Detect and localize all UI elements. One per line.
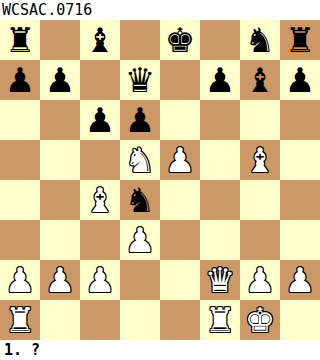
square-d3[interactable]: ♟ — [120, 220, 160, 260]
piece-black-pawn: ♟ — [5, 60, 35, 100]
square-a4[interactable] — [0, 180, 40, 220]
piece-black-knight: ♞ — [245, 20, 275, 60]
piece-black-pawn: ♟ — [45, 60, 75, 100]
square-h6[interactable] — [280, 100, 320, 140]
square-h5[interactable] — [280, 140, 320, 180]
piece-black-bishop: ♝ — [245, 60, 275, 100]
square-a8[interactable]: ♜ — [0, 20, 40, 60]
square-b3[interactable] — [40, 220, 80, 260]
square-g5[interactable]: ♝ — [240, 140, 280, 180]
piece-black-rook: ♜ — [5, 20, 35, 60]
square-c8[interactable]: ♝ — [80, 20, 120, 60]
puzzle-title: WCSAC.0716 — [0, 0, 320, 20]
square-d4[interactable]: ♞ — [120, 180, 160, 220]
square-a6[interactable] — [0, 100, 40, 140]
square-e1[interactable] — [160, 300, 200, 340]
square-d8[interactable] — [120, 20, 160, 60]
square-h2[interactable]: ♟ — [280, 260, 320, 300]
square-b6[interactable] — [40, 100, 80, 140]
square-h4[interactable] — [280, 180, 320, 220]
square-e2[interactable] — [160, 260, 200, 300]
square-f1[interactable]: ♜ — [200, 300, 240, 340]
square-h8[interactable]: ♜ — [280, 20, 320, 60]
piece-black-pawn: ♟ — [125, 100, 155, 140]
square-c3[interactable] — [80, 220, 120, 260]
square-f8[interactable] — [200, 20, 240, 60]
square-g8[interactable]: ♞ — [240, 20, 280, 60]
square-b1[interactable] — [40, 300, 80, 340]
square-d1[interactable] — [120, 300, 160, 340]
square-b2[interactable]: ♟ — [40, 260, 80, 300]
piece-white-pawn: ♟ — [85, 260, 115, 300]
piece-black-queen: ♛ — [125, 60, 155, 100]
square-a3[interactable] — [0, 220, 40, 260]
piece-white-pawn: ♟ — [45, 260, 75, 300]
piece-white-bishop: ♝ — [85, 180, 115, 220]
square-e5[interactable]: ♟ — [160, 140, 200, 180]
square-g1[interactable]: ♚ — [240, 300, 280, 340]
square-c1[interactable] — [80, 300, 120, 340]
square-e4[interactable] — [160, 180, 200, 220]
square-g2[interactable]: ♟ — [240, 260, 280, 300]
square-a5[interactable] — [0, 140, 40, 180]
piece-white-pawn: ♟ — [285, 260, 315, 300]
piece-white-pawn: ♟ — [125, 220, 155, 260]
piece-white-pawn: ♟ — [245, 260, 275, 300]
square-g7[interactable]: ♝ — [240, 60, 280, 100]
square-f5[interactable] — [200, 140, 240, 180]
square-c4[interactable]: ♝ — [80, 180, 120, 220]
piece-black-pawn: ♟ — [285, 60, 315, 100]
square-e8[interactable]: ♚ — [160, 20, 200, 60]
square-h1[interactable] — [280, 300, 320, 340]
square-f3[interactable] — [200, 220, 240, 260]
square-a1[interactable]: ♜ — [0, 300, 40, 340]
square-e3[interactable] — [160, 220, 200, 260]
piece-white-pawn: ♟ — [5, 260, 35, 300]
piece-black-pawn: ♟ — [85, 100, 115, 140]
piece-black-knight: ♞ — [125, 180, 155, 220]
piece-white-rook: ♜ — [5, 300, 35, 340]
square-e6[interactable] — [160, 100, 200, 140]
square-f6[interactable] — [200, 100, 240, 140]
square-e7[interactable] — [160, 60, 200, 100]
square-f4[interactable] — [200, 180, 240, 220]
square-c5[interactable] — [80, 140, 120, 180]
square-h3[interactable] — [280, 220, 320, 260]
piece-black-rook: ♜ — [285, 20, 315, 60]
square-h7[interactable]: ♟ — [280, 60, 320, 100]
square-c2[interactable]: ♟ — [80, 260, 120, 300]
chess-board: ♜♝♚♞♜♟♟♛♟♝♟♟♟♞♟♝♝♞♟♟♟♟♛♟♟♜♜♚ — [0, 20, 320, 340]
square-b7[interactable]: ♟ — [40, 60, 80, 100]
square-a7[interactable]: ♟ — [0, 60, 40, 100]
square-b4[interactable] — [40, 180, 80, 220]
move-prompt: 1. ? — [0, 340, 320, 360]
square-f2[interactable]: ♛ — [200, 260, 240, 300]
piece-white-pawn: ♟ — [165, 140, 195, 180]
square-d7[interactable]: ♛ — [120, 60, 160, 100]
piece-white-bishop: ♝ — [245, 140, 275, 180]
square-b8[interactable] — [40, 20, 80, 60]
piece-black-king: ♚ — [165, 20, 195, 60]
piece-black-pawn: ♟ — [205, 60, 235, 100]
square-g3[interactable] — [240, 220, 280, 260]
square-g4[interactable] — [240, 180, 280, 220]
square-c7[interactable] — [80, 60, 120, 100]
piece-white-queen: ♛ — [205, 260, 235, 300]
square-d5[interactable]: ♞ — [120, 140, 160, 180]
piece-black-bishop: ♝ — [85, 20, 115, 60]
square-f7[interactable]: ♟ — [200, 60, 240, 100]
square-c6[interactable]: ♟ — [80, 100, 120, 140]
piece-white-knight: ♞ — [125, 140, 155, 180]
piece-white-king: ♚ — [245, 300, 275, 340]
square-d6[interactable]: ♟ — [120, 100, 160, 140]
square-d2[interactable] — [120, 260, 160, 300]
square-a2[interactable]: ♟ — [0, 260, 40, 300]
square-b5[interactable] — [40, 140, 80, 180]
piece-white-rook: ♜ — [205, 300, 235, 340]
square-g6[interactable] — [240, 100, 280, 140]
